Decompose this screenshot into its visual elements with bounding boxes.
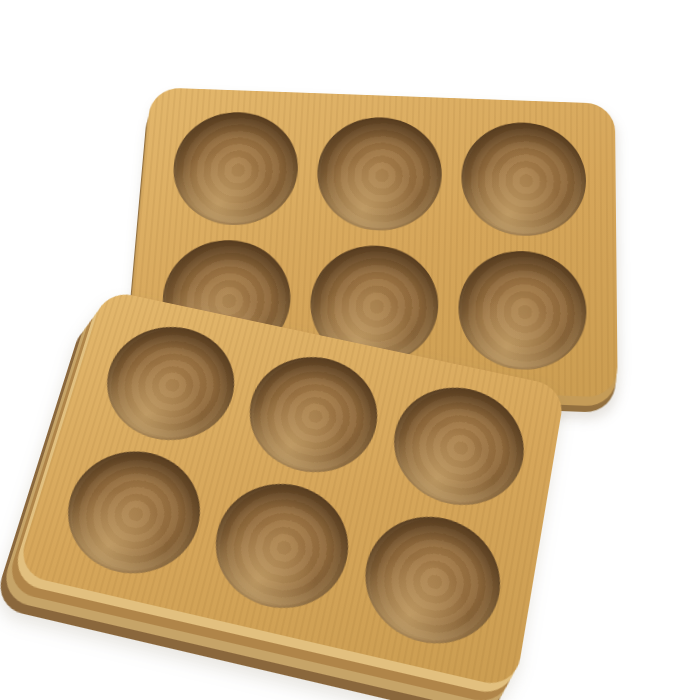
pit-back-r1-c3[interactable] bbox=[460, 120, 586, 237]
pit-back-r1-c1[interactable] bbox=[169, 110, 301, 227]
pit-front-r2-c1[interactable] bbox=[52, 439, 213, 586]
pit-front-r2-c3[interactable] bbox=[354, 504, 510, 657]
pit-front-r1-c2[interactable] bbox=[237, 345, 389, 484]
pit-front-r1-c3[interactable] bbox=[383, 376, 533, 518]
pit-front-r2-c2[interactable] bbox=[202, 471, 361, 621]
pit-front-r1-c1[interactable] bbox=[93, 316, 247, 453]
product-photo-scene bbox=[0, 0, 700, 700]
pit-back-r1-c2[interactable] bbox=[314, 115, 443, 232]
pit-back-r2-c3[interactable] bbox=[457, 248, 586, 372]
